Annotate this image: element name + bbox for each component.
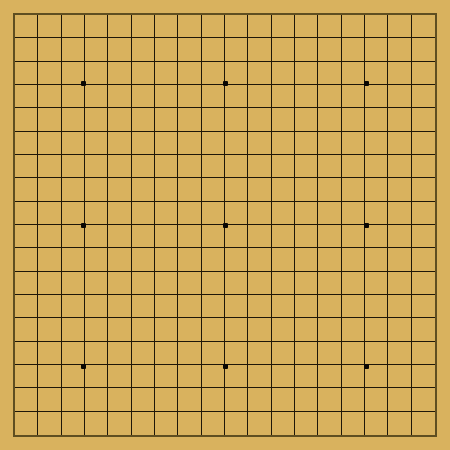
- board-cell: [85, 318, 108, 341]
- board-cell: [388, 38, 411, 61]
- board-cell: [178, 365, 201, 388]
- board-cell: [248, 225, 271, 248]
- board-cell: [62, 155, 85, 178]
- board-cell: [272, 155, 295, 178]
- board-cell: [132, 38, 155, 61]
- board-cell: [15, 272, 38, 295]
- board-cell: [202, 342, 225, 365]
- board-cell: [132, 85, 155, 108]
- board-cell: [272, 132, 295, 155]
- board-cell: [295, 15, 318, 38]
- board-cell: [178, 202, 201, 225]
- board-cell: [132, 412, 155, 435]
- board-cell: [38, 178, 61, 201]
- board-cell: [412, 225, 435, 248]
- board-cell: [132, 225, 155, 248]
- board-cell: [38, 202, 61, 225]
- board-cell: [132, 178, 155, 201]
- board-cell: [108, 342, 131, 365]
- board-cell: [248, 412, 271, 435]
- board-cell: [412, 178, 435, 201]
- board-cell: [132, 365, 155, 388]
- board-cell: [248, 272, 271, 295]
- board-cell: [225, 318, 248, 341]
- board-cell: [38, 318, 61, 341]
- board-cell: [202, 248, 225, 271]
- board-cell: [412, 365, 435, 388]
- board-cell: [388, 108, 411, 131]
- board-cell: [178, 412, 201, 435]
- board-cell: [412, 85, 435, 108]
- board-cell: [85, 132, 108, 155]
- board-cell: [15, 155, 38, 178]
- board-cell: [38, 412, 61, 435]
- board-cell: [108, 295, 131, 318]
- board-cell: [365, 15, 388, 38]
- board-cell: [318, 62, 341, 85]
- board-cell: [155, 38, 178, 61]
- board-cell: [225, 388, 248, 411]
- board-cell: [132, 62, 155, 85]
- board-cell: [38, 388, 61, 411]
- board-cell: [15, 412, 38, 435]
- board-cell: [225, 85, 248, 108]
- board-cell: [342, 85, 365, 108]
- board-cell: [248, 365, 271, 388]
- board-cell: [85, 38, 108, 61]
- board-cell: [248, 38, 271, 61]
- board-cell: [132, 132, 155, 155]
- board-cell: [38, 38, 61, 61]
- board-cell: [38, 342, 61, 365]
- board-cell: [412, 15, 435, 38]
- board-cell: [178, 342, 201, 365]
- board-cell: [108, 412, 131, 435]
- board-cell: [318, 108, 341, 131]
- board-cell: [225, 248, 248, 271]
- board-cell: [38, 295, 61, 318]
- board-cell: [85, 15, 108, 38]
- board-cell: [342, 15, 365, 38]
- board-cell: [388, 248, 411, 271]
- board-cell: [38, 365, 61, 388]
- board-cell: [62, 388, 85, 411]
- board-cell: [62, 412, 85, 435]
- board-cell: [15, 318, 38, 341]
- board-cell: [248, 132, 271, 155]
- board-cell: [178, 38, 201, 61]
- board-cell: [155, 342, 178, 365]
- board-cell: [108, 318, 131, 341]
- board-cell: [318, 365, 341, 388]
- board-cell: [318, 85, 341, 108]
- board-cell: [248, 248, 271, 271]
- board-cell: [202, 412, 225, 435]
- board-cell: [178, 295, 201, 318]
- board-cell: [388, 388, 411, 411]
- board-cell: [38, 248, 61, 271]
- board-cell: [225, 132, 248, 155]
- board-cell: [342, 342, 365, 365]
- board-cell: [202, 178, 225, 201]
- board-cell: [318, 225, 341, 248]
- board-cell: [178, 132, 201, 155]
- board-cell: [388, 202, 411, 225]
- board-cell: [295, 272, 318, 295]
- board-cell: [295, 388, 318, 411]
- board-cell: [295, 342, 318, 365]
- board-cell: [62, 202, 85, 225]
- board-cell: [15, 62, 38, 85]
- board-cell: [15, 132, 38, 155]
- board-cell: [272, 272, 295, 295]
- board-cell: [412, 342, 435, 365]
- board-cell: [108, 132, 131, 155]
- board-cell: [155, 318, 178, 341]
- board-cell: [178, 155, 201, 178]
- board-cell: [15, 15, 38, 38]
- board-cell: [388, 412, 411, 435]
- board-cell: [202, 365, 225, 388]
- board-cell: [15, 365, 38, 388]
- board-cell: [155, 225, 178, 248]
- board-cell: [295, 318, 318, 341]
- board-cell: [388, 178, 411, 201]
- board-cell: [388, 318, 411, 341]
- board-cell: [365, 388, 388, 411]
- board-cell: [342, 155, 365, 178]
- board-cell: [155, 412, 178, 435]
- board-cell: [388, 155, 411, 178]
- board-cell: [62, 38, 85, 61]
- board-cell: [85, 342, 108, 365]
- board-cell: [85, 295, 108, 318]
- board-cell: [108, 248, 131, 271]
- board-cell: [155, 272, 178, 295]
- board-cell: [318, 202, 341, 225]
- board-cell: [62, 85, 85, 108]
- board-cell: [202, 85, 225, 108]
- board-cell: [202, 62, 225, 85]
- board-cell: [62, 342, 85, 365]
- board-cell: [202, 155, 225, 178]
- board-cell: [248, 202, 271, 225]
- board-cell: [155, 62, 178, 85]
- board-cell: [365, 342, 388, 365]
- board-cell: [38, 62, 61, 85]
- board-cell: [225, 365, 248, 388]
- board-cell: [272, 38, 295, 61]
- board-cell: [272, 365, 295, 388]
- board-cell: [155, 155, 178, 178]
- board-cell: [85, 85, 108, 108]
- board-cell: [272, 15, 295, 38]
- board-cell: [388, 272, 411, 295]
- board-cell: [342, 225, 365, 248]
- board-cell: [132, 202, 155, 225]
- board-cell: [155, 202, 178, 225]
- board-cell: [318, 155, 341, 178]
- board-cell: [342, 412, 365, 435]
- board-cell: [412, 38, 435, 61]
- board-cell: [108, 85, 131, 108]
- board-cell: [412, 272, 435, 295]
- board-cell: [248, 318, 271, 341]
- board-cell: [178, 62, 201, 85]
- board-cell: [388, 342, 411, 365]
- board-cell: [108, 38, 131, 61]
- board-cell: [272, 412, 295, 435]
- board-cell: [225, 155, 248, 178]
- board-cell: [295, 412, 318, 435]
- board-cell: [178, 272, 201, 295]
- board-cell: [295, 295, 318, 318]
- hoshi-point: [364, 364, 369, 369]
- board-cell: [248, 62, 271, 85]
- board-cell: [155, 85, 178, 108]
- board-cell: [365, 202, 388, 225]
- board-cell: [225, 412, 248, 435]
- board-cell: [38, 225, 61, 248]
- board-cell: [318, 38, 341, 61]
- board-cell: [272, 108, 295, 131]
- board-cell: [62, 108, 85, 131]
- hoshi-point: [223, 223, 228, 228]
- board-cell: [202, 295, 225, 318]
- board-cell: [272, 318, 295, 341]
- board-cell: [412, 295, 435, 318]
- board-cell: [318, 412, 341, 435]
- board-cell: [225, 295, 248, 318]
- hoshi-point: [364, 81, 369, 86]
- board-cell: [225, 342, 248, 365]
- board-cell: [62, 318, 85, 341]
- board-cell: [272, 225, 295, 248]
- board-cell: [272, 62, 295, 85]
- board-cell: [38, 108, 61, 131]
- board-cell: [388, 365, 411, 388]
- board-cell: [388, 225, 411, 248]
- board-cell: [178, 108, 201, 131]
- board-cell: [248, 15, 271, 38]
- board-cell: [318, 15, 341, 38]
- board-cell: [155, 15, 178, 38]
- board-cell: [202, 202, 225, 225]
- board-cell: [295, 108, 318, 131]
- board-cell: [202, 132, 225, 155]
- board-cell: [365, 272, 388, 295]
- board-cell: [365, 132, 388, 155]
- board-cell: [412, 388, 435, 411]
- board-cell: [248, 388, 271, 411]
- board-cell: [202, 15, 225, 38]
- board-cell: [202, 225, 225, 248]
- board-cell: [342, 248, 365, 271]
- board-cell: [342, 38, 365, 61]
- board-cell: [318, 295, 341, 318]
- board-cell: [85, 272, 108, 295]
- board-cell: [388, 15, 411, 38]
- hoshi-point: [81, 223, 86, 228]
- board-cell: [155, 248, 178, 271]
- board-cell: [225, 15, 248, 38]
- board-cell: [272, 342, 295, 365]
- board-cell: [155, 132, 178, 155]
- board-cell: [295, 225, 318, 248]
- board-cell: [318, 342, 341, 365]
- board-cell: [225, 272, 248, 295]
- board-cell: [108, 225, 131, 248]
- board-cell: [248, 85, 271, 108]
- board-cell: [15, 388, 38, 411]
- board-cell: [225, 108, 248, 131]
- board-cell: [272, 295, 295, 318]
- board-cell: [132, 248, 155, 271]
- board-cell: [62, 178, 85, 201]
- board-cell: [85, 155, 108, 178]
- board-cell: [295, 365, 318, 388]
- board-cell: [202, 108, 225, 131]
- board-cell: [365, 225, 388, 248]
- board-cell: [85, 412, 108, 435]
- board-cell: [132, 272, 155, 295]
- board-cell: [248, 178, 271, 201]
- board-cell: [295, 178, 318, 201]
- board-cell: [365, 248, 388, 271]
- board-cell: [85, 202, 108, 225]
- board-cell: [108, 202, 131, 225]
- board-cell: [178, 15, 201, 38]
- board-cell: [108, 388, 131, 411]
- board-cell: [318, 388, 341, 411]
- board-cell: [342, 272, 365, 295]
- board-cell: [15, 295, 38, 318]
- hoshi-point: [223, 81, 228, 86]
- board-cell: [85, 178, 108, 201]
- board-cell: [62, 272, 85, 295]
- board-cell: [272, 388, 295, 411]
- board-cell: [15, 248, 38, 271]
- board-cell: [178, 318, 201, 341]
- board-cell: [178, 225, 201, 248]
- board-cell: [388, 85, 411, 108]
- board-cell: [342, 318, 365, 341]
- board-cell: [155, 108, 178, 131]
- board-cell: [178, 178, 201, 201]
- board-cell: [225, 178, 248, 201]
- board-cell: [342, 62, 365, 85]
- board-cell: [85, 248, 108, 271]
- board-cell: [342, 365, 365, 388]
- board-cell: [85, 62, 108, 85]
- board-cell: [295, 248, 318, 271]
- board-cell: [85, 365, 108, 388]
- board-cell: [412, 202, 435, 225]
- board-cell: [132, 108, 155, 131]
- board-cell: [155, 178, 178, 201]
- board-cell: [318, 178, 341, 201]
- board-cell: [15, 225, 38, 248]
- board-cell: [342, 295, 365, 318]
- board-cell: [132, 318, 155, 341]
- board-cell: [342, 178, 365, 201]
- board-cell: [412, 132, 435, 155]
- hoshi-point: [81, 364, 86, 369]
- board-cell: [62, 295, 85, 318]
- board-cell: [108, 178, 131, 201]
- board-cell: [132, 15, 155, 38]
- board-cell: [295, 155, 318, 178]
- board-cell: [365, 178, 388, 201]
- board-cell: [155, 295, 178, 318]
- board-cell: [132, 295, 155, 318]
- board-cell: [248, 155, 271, 178]
- board-cell: [342, 132, 365, 155]
- board-cell: [132, 388, 155, 411]
- board-cell: [15, 108, 38, 131]
- board-cell: [225, 62, 248, 85]
- board-cell: [62, 132, 85, 155]
- board-cell: [38, 155, 61, 178]
- board-cell: [155, 388, 178, 411]
- board-cell: [202, 318, 225, 341]
- board-cell: [62, 15, 85, 38]
- board-cell: [318, 272, 341, 295]
- board-cell: [15, 38, 38, 61]
- board-cell: [272, 85, 295, 108]
- board-cell: [412, 108, 435, 131]
- hoshi-point: [81, 81, 86, 86]
- board-cell: [295, 38, 318, 61]
- board-cell: [365, 295, 388, 318]
- board-cell: [412, 248, 435, 271]
- board-cell: [272, 248, 295, 271]
- board-cell: [108, 108, 131, 131]
- board-cell: [272, 178, 295, 201]
- board-cell: [248, 295, 271, 318]
- board-cell: [295, 202, 318, 225]
- board-cell: [365, 318, 388, 341]
- hoshi-point: [364, 223, 369, 228]
- go-board[interactable]: [0, 0, 450, 450]
- board-cell: [412, 155, 435, 178]
- board-cell: [342, 202, 365, 225]
- board-cell: [412, 318, 435, 341]
- board-cell: [295, 62, 318, 85]
- board-cell: [62, 248, 85, 271]
- board-cell: [248, 108, 271, 131]
- board-cell: [225, 38, 248, 61]
- board-cell: [365, 38, 388, 61]
- board-cell: [365, 155, 388, 178]
- board-cell: [178, 248, 201, 271]
- board-cell: [412, 62, 435, 85]
- board-cell: [388, 132, 411, 155]
- board-cell: [85, 225, 108, 248]
- board-cell: [388, 62, 411, 85]
- board-cell: [365, 85, 388, 108]
- board-cell: [38, 15, 61, 38]
- board-cell: [388, 295, 411, 318]
- board-cell: [295, 85, 318, 108]
- board-cell: [272, 202, 295, 225]
- board-cell: [318, 318, 341, 341]
- board-cell: [202, 38, 225, 61]
- board-cell: [178, 85, 201, 108]
- board-cell: [318, 132, 341, 155]
- board-cell: [178, 388, 201, 411]
- hoshi-point: [223, 364, 228, 369]
